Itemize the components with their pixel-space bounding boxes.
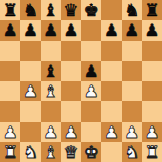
square-b7[interactable]: ♟: [20, 20, 40, 40]
black-pawn[interactable]: ♟: [43, 20, 58, 40]
black-pawn[interactable]: ♟: [124, 20, 139, 40]
black-pawn[interactable]: ♟: [144, 20, 159, 40]
square-g1[interactable]: ♞: [122, 142, 142, 162]
square-h8[interactable]: ♜: [142, 0, 162, 20]
square-g6[interactable]: [122, 41, 142, 61]
white-rook[interactable]: ♜: [3, 142, 18, 162]
square-f3[interactable]: [101, 101, 121, 121]
square-h1[interactable]: ♜: [142, 142, 162, 162]
black-king[interactable]: ♚: [84, 0, 99, 20]
square-f6[interactable]: [101, 41, 121, 61]
square-d3[interactable]: [61, 101, 81, 121]
white-pawn[interactable]: ♟: [23, 81, 38, 101]
white-pawn[interactable]: ♟: [144, 122, 159, 142]
white-bishop[interactable]: ♝: [43, 142, 58, 162]
square-f8[interactable]: [101, 0, 121, 20]
black-knight[interactable]: ♞: [23, 0, 38, 20]
square-e1[interactable]: ♚: [81, 142, 101, 162]
square-d6[interactable]: [61, 41, 81, 61]
black-pawn[interactable]: ♟: [63, 20, 78, 40]
square-h5[interactable]: [142, 61, 162, 81]
square-g4[interactable]: [122, 81, 142, 101]
black-bishop[interactable]: ♝: [43, 61, 58, 81]
square-b8[interactable]: ♞: [20, 0, 40, 20]
square-f4[interactable]: [101, 81, 121, 101]
square-b6[interactable]: [20, 41, 40, 61]
square-a4[interactable]: [0, 81, 20, 101]
black-pawn[interactable]: ♟: [84, 61, 99, 81]
square-h2[interactable]: ♟: [142, 122, 162, 142]
black-rook[interactable]: ♜: [3, 0, 18, 20]
white-queen[interactable]: ♛: [63, 142, 78, 162]
square-b3[interactable]: [20, 101, 40, 121]
white-rook[interactable]: ♜: [144, 142, 159, 162]
white-pawn[interactable]: ♟: [124, 122, 139, 142]
square-e2[interactable]: [81, 122, 101, 142]
square-b4[interactable]: ♟: [20, 81, 40, 101]
square-c6[interactable]: [41, 41, 61, 61]
square-c5[interactable]: ♝: [41, 61, 61, 81]
square-f2[interactable]: ♟: [101, 122, 121, 142]
square-c7[interactable]: ♟: [41, 20, 61, 40]
square-b2[interactable]: [20, 122, 40, 142]
black-queen[interactable]: ♛: [63, 0, 78, 20]
square-c2[interactable]: ♟: [41, 122, 61, 142]
square-g2[interactable]: ♟: [122, 122, 142, 142]
black-knight[interactable]: ♞: [124, 0, 139, 20]
square-d7[interactable]: ♟: [61, 20, 81, 40]
black-pawn[interactable]: ♟: [23, 20, 38, 40]
white-pawn[interactable]: ♟: [104, 122, 119, 142]
square-d1[interactable]: ♛: [61, 142, 81, 162]
square-g8[interactable]: ♞: [122, 0, 142, 20]
square-d4[interactable]: [61, 81, 81, 101]
black-rook[interactable]: ♜: [144, 0, 159, 20]
square-a2[interactable]: ♟: [0, 122, 20, 142]
square-c1[interactable]: ♝: [41, 142, 61, 162]
square-e6[interactable]: [81, 41, 101, 61]
square-g3[interactable]: [122, 101, 142, 121]
white-pawn[interactable]: ♟: [63, 122, 78, 142]
square-d2[interactable]: ♟: [61, 122, 81, 142]
square-a7[interactable]: ♟: [0, 20, 20, 40]
square-e5[interactable]: ♟: [81, 61, 101, 81]
square-e4[interactable]: ♟: [81, 81, 101, 101]
square-a5[interactable]: [0, 61, 20, 81]
square-h4[interactable]: [142, 81, 162, 101]
square-f5[interactable]: [101, 61, 121, 81]
square-a8[interactable]: ♜: [0, 0, 20, 20]
square-b5[interactable]: [20, 61, 40, 81]
white-pawn[interactable]: ♟: [3, 122, 18, 142]
square-a1[interactable]: ♜: [0, 142, 20, 162]
square-h7[interactable]: ♟: [142, 20, 162, 40]
white-pawn[interactable]: ♟: [84, 81, 99, 101]
square-c3[interactable]: [41, 101, 61, 121]
square-c8[interactable]: ♝: [41, 0, 61, 20]
square-f1[interactable]: [101, 142, 121, 162]
square-g7[interactable]: ♟: [122, 20, 142, 40]
white-knight[interactable]: ♞: [23, 142, 38, 162]
square-h3[interactable]: [142, 101, 162, 121]
white-knight[interactable]: ♞: [124, 142, 139, 162]
square-h6[interactable]: [142, 41, 162, 61]
square-a6[interactable]: [0, 41, 20, 61]
white-bishop[interactable]: ♝: [43, 81, 58, 101]
square-d5[interactable]: [61, 61, 81, 81]
black-bishop[interactable]: ♝: [43, 0, 58, 20]
square-e3[interactable]: [81, 101, 101, 121]
square-d8[interactable]: ♛: [61, 0, 81, 20]
square-e7[interactable]: [81, 20, 101, 40]
square-e8[interactable]: ♚: [81, 0, 101, 20]
square-c4[interactable]: ♝: [41, 81, 61, 101]
square-b1[interactable]: ♞: [20, 142, 40, 162]
black-pawn[interactable]: ♟: [3, 20, 18, 40]
square-f7[interactable]: ♟: [101, 20, 121, 40]
white-king[interactable]: ♚: [84, 142, 99, 162]
chess-board: ♜♞♝♛♚♞♜♟♟♟♟♟♟♟♝♟♟♝♟♟♟♟♟♟♟♜♞♝♛♚♞♜: [0, 0, 162, 162]
square-a3[interactable]: [0, 101, 20, 121]
white-pawn[interactable]: ♟: [43, 122, 58, 142]
black-pawn[interactable]: ♟: [104, 20, 119, 40]
square-g5[interactable]: [122, 61, 142, 81]
